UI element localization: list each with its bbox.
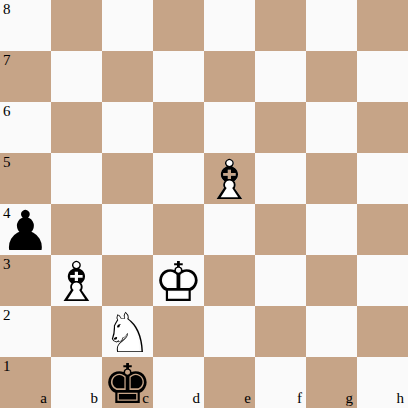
square-a8[interactable]: 8: [0, 0, 51, 51]
square-h5[interactable]: [357, 153, 408, 204]
square-h3[interactable]: [357, 255, 408, 306]
square-d6[interactable]: [153, 102, 204, 153]
square-g2[interactable]: [306, 306, 357, 357]
square-g1[interactable]: g: [306, 357, 357, 408]
square-g3[interactable]: [306, 255, 357, 306]
square-g4[interactable]: [306, 204, 357, 255]
white-knight-piece[interactable]: ♞♘: [102, 306, 153, 357]
square-c1[interactable]: c♚: [102, 357, 153, 408]
rank-label-3: 3: [3, 257, 11, 272]
square-a4[interactable]: 4♟: [0, 204, 51, 255]
square-d7[interactable]: [153, 51, 204, 102]
square-h8[interactable]: [357, 0, 408, 51]
square-d4[interactable]: [153, 204, 204, 255]
square-b4[interactable]: [51, 204, 102, 255]
white-king-piece[interactable]: ♚♔: [153, 255, 204, 306]
square-c3[interactable]: [102, 255, 153, 306]
square-d8[interactable]: [153, 0, 204, 51]
square-f1[interactable]: f: [255, 357, 306, 408]
square-d1[interactable]: d: [153, 357, 204, 408]
square-e3[interactable]: [204, 255, 255, 306]
square-f7[interactable]: [255, 51, 306, 102]
chess-board: 8765♝♗4♟3♝♗♚♔2♞♘1abc♚defgh: [0, 0, 408, 408]
square-a5[interactable]: 5: [0, 153, 51, 204]
file-label-g: g: [346, 391, 354, 406]
square-h6[interactable]: [357, 102, 408, 153]
square-h7[interactable]: [357, 51, 408, 102]
square-g7[interactable]: [306, 51, 357, 102]
rank-label-2: 2: [3, 308, 11, 323]
square-h4[interactable]: [357, 204, 408, 255]
square-e8[interactable]: [204, 0, 255, 51]
square-e2[interactable]: [204, 306, 255, 357]
square-a2[interactable]: 2: [0, 306, 51, 357]
file-label-b: b: [91, 391, 99, 406]
square-f4[interactable]: [255, 204, 306, 255]
square-b5[interactable]: [51, 153, 102, 204]
square-c4[interactable]: [102, 204, 153, 255]
square-e7[interactable]: [204, 51, 255, 102]
square-c5[interactable]: [102, 153, 153, 204]
file-label-h: h: [397, 391, 405, 406]
white-bishop-piece[interactable]: ♝♗: [204, 153, 255, 204]
rank-label-1: 1: [3, 359, 11, 374]
square-f8[interactable]: [255, 0, 306, 51]
piece-glyph-layer: ♗: [52, 255, 101, 310]
file-label-c: c: [142, 391, 149, 406]
square-d5[interactable]: [153, 153, 204, 204]
square-b3[interactable]: ♝♗: [51, 255, 102, 306]
square-c8[interactable]: [102, 0, 153, 51]
square-d3[interactable]: ♚♔: [153, 255, 204, 306]
square-a1[interactable]: 1a: [0, 357, 51, 408]
square-f5[interactable]: [255, 153, 306, 204]
file-label-f: f: [297, 391, 302, 406]
file-label-a: a: [40, 391, 47, 406]
square-h2[interactable]: [357, 306, 408, 357]
square-g8[interactable]: [306, 0, 357, 51]
square-f6[interactable]: [255, 102, 306, 153]
square-a7[interactable]: 7: [0, 51, 51, 102]
square-a6[interactable]: 6: [0, 102, 51, 153]
square-g5[interactable]: [306, 153, 357, 204]
piece-glyph-layer: ♗: [205, 153, 254, 208]
square-b8[interactable]: [51, 0, 102, 51]
square-c6[interactable]: [102, 102, 153, 153]
square-c7[interactable]: [102, 51, 153, 102]
rank-label-6: 6: [3, 104, 11, 119]
file-label-e: e: [244, 391, 251, 406]
white-bishop-piece[interactable]: ♝♗: [51, 255, 102, 306]
square-b6[interactable]: [51, 102, 102, 153]
rank-label-7: 7: [3, 53, 11, 68]
piece-glyph-layer: ♔: [154, 255, 203, 310]
square-h1[interactable]: h: [357, 357, 408, 408]
square-f3[interactable]: [255, 255, 306, 306]
rank-label-4: 4: [3, 206, 11, 221]
square-g6[interactable]: [306, 102, 357, 153]
square-e1[interactable]: e: [204, 357, 255, 408]
square-b7[interactable]: [51, 51, 102, 102]
square-f2[interactable]: [255, 306, 306, 357]
square-c2[interactable]: ♞♘: [102, 306, 153, 357]
square-b1[interactable]: b: [51, 357, 102, 408]
rank-label-8: 8: [3, 2, 11, 17]
file-label-d: d: [193, 391, 201, 406]
square-e5[interactable]: ♝♗: [204, 153, 255, 204]
rank-label-5: 5: [3, 155, 11, 170]
square-e6[interactable]: [204, 102, 255, 153]
